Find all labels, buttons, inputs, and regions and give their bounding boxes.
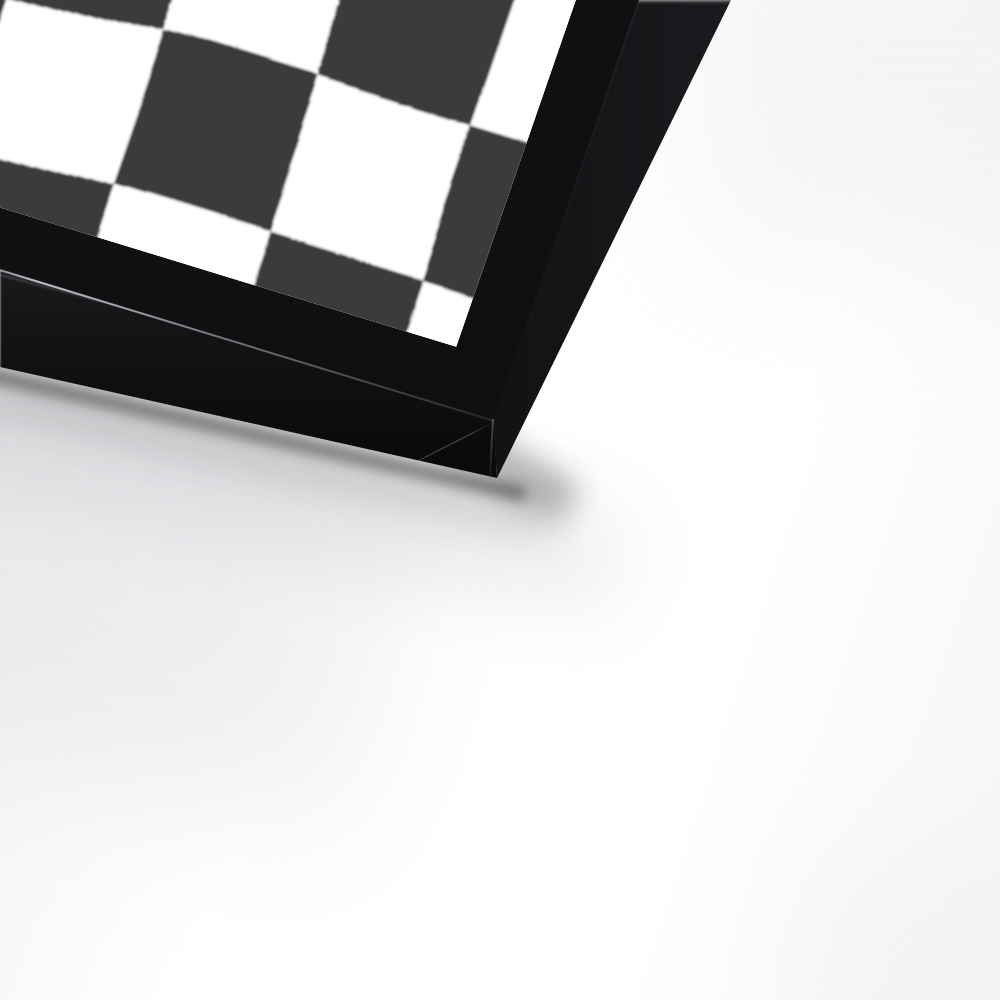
background-wash-bottom-right: [810, 860, 1000, 1000]
background-wash-top-right: [690, 0, 1000, 260]
